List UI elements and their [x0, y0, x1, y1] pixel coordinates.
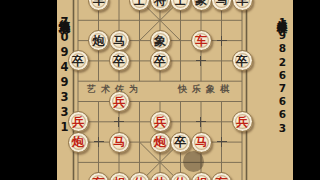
- piece-black-soldier[interactable]: 卒: [170, 132, 191, 153]
- piece-black-soldier[interactable]: 卒: [109, 50, 130, 71]
- piece-red-horse[interactable]: 马: [109, 132, 130, 153]
- piece-black-soldier[interactable]: 卒: [232, 50, 253, 71]
- piece-red-soldier[interactable]: 兵: [232, 111, 253, 132]
- piece-drag-shadow: [183, 151, 204, 172]
- piece-red-cannon[interactable]: 炮: [150, 132, 171, 153]
- board-point-mark: [196, 117, 206, 127]
- piece-red-soldier[interactable]: 兵: [109, 91, 130, 112]
- board-point-mark: [217, 137, 227, 147]
- piece-black-elephant[interactable]: 象: [150, 30, 171, 51]
- board-point-mark: [217, 36, 227, 46]
- piece-red-chariot[interactable]: 车: [191, 30, 212, 51]
- qq-group-banner-left: 佐为道场群70949331: [58, 10, 70, 176]
- piece-red-horse[interactable]: 马: [191, 132, 212, 153]
- river-slogan-right: 快乐象棋: [178, 85, 234, 94]
- board-point-mark: [196, 56, 206, 66]
- board-point-mark: [114, 117, 124, 127]
- qq-group-banner-right: 卓越棋校群198267663: [277, 10, 288, 176]
- piece-black-horse[interactable]: 马: [109, 30, 130, 51]
- piece-red-soldier[interactable]: 兵: [150, 111, 171, 132]
- piece-black-soldier[interactable]: 卒: [150, 50, 171, 71]
- board-point-mark: [94, 137, 104, 147]
- piece-red-soldier[interactable]: 兵: [68, 111, 89, 132]
- xiangqi-video-frame: 艺术佐为 快乐象棋 车士将士象马车炮马象车卒卒卒卒兵兵兵兵炮马炮卒马车相仕帅仕相…: [0, 0, 320, 180]
- letterbox-bar-right: [293, 0, 320, 180]
- piece-black-cannon[interactable]: 炮: [88, 30, 109, 51]
- piece-red-cannon[interactable]: 炮: [68, 132, 89, 153]
- letterbox-bar-left: [0, 0, 57, 180]
- piece-black-soldier[interactable]: 卒: [68, 50, 89, 71]
